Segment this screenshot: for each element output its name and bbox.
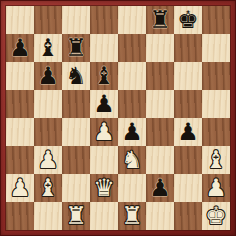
square-d5[interactable]: ♟: [90, 90, 118, 118]
square-a5[interactable]: [6, 90, 34, 118]
square-c2[interactable]: [62, 174, 90, 202]
square-f3[interactable]: [146, 146, 174, 174]
square-f6[interactable]: [146, 62, 174, 90]
black-knight-piece[interactable]: ♞: [62, 62, 90, 90]
square-e8[interactable]: [118, 6, 146, 34]
square-e7[interactable]: [118, 34, 146, 62]
square-c6[interactable]: ♞: [62, 62, 90, 90]
white-queen-piece[interactable]: ♛: [90, 174, 118, 202]
white-bishop-piece[interactable]: ♝: [202, 146, 230, 174]
square-g7[interactable]: [174, 34, 202, 62]
black-bishop-piece[interactable]: ♝: [34, 34, 62, 62]
square-e1[interactable]: ♜: [118, 202, 146, 230]
square-g3[interactable]: [174, 146, 202, 174]
square-a6[interactable]: [6, 62, 34, 90]
black-pawn-piece[interactable]: ♟: [90, 90, 118, 118]
square-e2[interactable]: [118, 174, 146, 202]
square-a2[interactable]: ♟: [6, 174, 34, 202]
black-rook-piece[interactable]: ♜: [62, 34, 90, 62]
black-king-piece[interactable]: ♚: [174, 6, 202, 34]
white-knight-piece[interactable]: ♞: [118, 146, 146, 174]
square-f4[interactable]: [146, 118, 174, 146]
square-b1[interactable]: [34, 202, 62, 230]
square-c4[interactable]: [62, 118, 90, 146]
square-b4[interactable]: [34, 118, 62, 146]
square-b6[interactable]: ♟: [34, 62, 62, 90]
black-pawn-piece[interactable]: ♟: [174, 118, 202, 146]
square-d1[interactable]: [90, 202, 118, 230]
square-b8[interactable]: [34, 6, 62, 34]
square-e4[interactable]: ♟: [118, 118, 146, 146]
square-f5[interactable]: [146, 90, 174, 118]
square-g1[interactable]: [174, 202, 202, 230]
white-pawn-piece[interactable]: ♟: [202, 174, 230, 202]
square-a8[interactable]: [6, 6, 34, 34]
square-h8[interactable]: [202, 6, 230, 34]
square-g4[interactable]: ♟: [174, 118, 202, 146]
square-a7[interactable]: ♟: [6, 34, 34, 62]
square-c7[interactable]: ♜: [62, 34, 90, 62]
square-g6[interactable]: [174, 62, 202, 90]
square-d8[interactable]: [90, 6, 118, 34]
black-rook-piece[interactable]: ♜: [146, 6, 174, 34]
white-pawn-piece[interactable]: ♟: [90, 118, 118, 146]
square-h4[interactable]: [202, 118, 230, 146]
white-bishop-piece[interactable]: ♝: [34, 174, 62, 202]
board-frame: ♜♚♟♝♜♟♞♝♟♟♟♟♟♞♝♟♝♛♟♟♜♜♚: [0, 0, 236, 236]
square-f8[interactable]: ♜: [146, 6, 174, 34]
square-f1[interactable]: [146, 202, 174, 230]
square-h2[interactable]: ♟: [202, 174, 230, 202]
black-bishop-piece[interactable]: ♝: [90, 62, 118, 90]
square-c5[interactable]: [62, 90, 90, 118]
square-h6[interactable]: [202, 62, 230, 90]
square-c1[interactable]: ♜: [62, 202, 90, 230]
square-b5[interactable]: [34, 90, 62, 118]
square-h7[interactable]: [202, 34, 230, 62]
square-c8[interactable]: [62, 6, 90, 34]
square-e6[interactable]: [118, 62, 146, 90]
square-c3[interactable]: [62, 146, 90, 174]
chess-board: ♜♚♟♝♜♟♞♝♟♟♟♟♟♞♝♟♝♛♟♟♜♜♚: [6, 6, 230, 230]
square-a4[interactable]: [6, 118, 34, 146]
square-d6[interactable]: ♝: [90, 62, 118, 90]
square-a3[interactable]: [6, 146, 34, 174]
white-pawn-piece[interactable]: ♟: [6, 174, 34, 202]
square-g8[interactable]: ♚: [174, 6, 202, 34]
square-h1[interactable]: ♚: [202, 202, 230, 230]
square-d4[interactable]: ♟: [90, 118, 118, 146]
square-f2[interactable]: ♟: [146, 174, 174, 202]
white-king-piece[interactable]: ♚: [202, 202, 230, 230]
square-b7[interactable]: ♝: [34, 34, 62, 62]
white-rook-piece[interactable]: ♜: [62, 202, 90, 230]
square-e3[interactable]: ♞: [118, 146, 146, 174]
square-b2[interactable]: ♝: [34, 174, 62, 202]
white-pawn-piece[interactable]: ♟: [34, 146, 62, 174]
square-d7[interactable]: [90, 34, 118, 62]
black-pawn-piece[interactable]: ♟: [34, 62, 62, 90]
black-pawn-piece[interactable]: ♟: [118, 118, 146, 146]
square-g2[interactable]: [174, 174, 202, 202]
black-pawn-piece[interactable]: ♟: [6, 34, 34, 62]
square-f7[interactable]: [146, 34, 174, 62]
white-rook-piece[interactable]: ♜: [118, 202, 146, 230]
square-d2[interactable]: ♛: [90, 174, 118, 202]
square-h3[interactable]: ♝: [202, 146, 230, 174]
square-h5[interactable]: [202, 90, 230, 118]
square-a1[interactable]: [6, 202, 34, 230]
square-g5[interactable]: [174, 90, 202, 118]
square-b3[interactable]: ♟: [34, 146, 62, 174]
square-e5[interactable]: [118, 90, 146, 118]
black-pawn-piece[interactable]: ♟: [146, 174, 174, 202]
square-d3[interactable]: [90, 146, 118, 174]
